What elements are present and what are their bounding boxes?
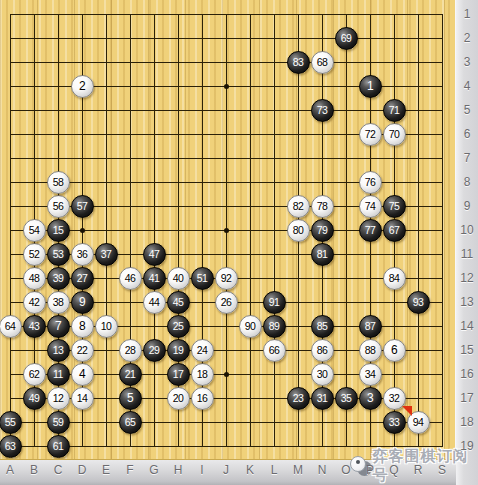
stone-37: 37 xyxy=(95,243,118,266)
stone-82: 82 xyxy=(287,195,310,218)
stone-85: 85 xyxy=(311,315,334,338)
stone-90: 90 xyxy=(239,315,262,338)
col-label-O: O xyxy=(337,463,355,477)
col-label-J: J xyxy=(217,463,235,477)
stone-52: 52 xyxy=(23,243,46,266)
stone-74: 74 xyxy=(359,195,382,218)
row-label-5: 5 xyxy=(456,103,478,117)
stone-22: 22 xyxy=(71,339,94,362)
stone-26: 26 xyxy=(215,291,238,314)
go-kifu-screenshot: 1234567891011121314151617181920212223242… xyxy=(0,0,478,485)
star-point xyxy=(80,228,85,233)
col-label-R: R xyxy=(409,463,427,477)
row-label-9: 9 xyxy=(456,199,478,213)
stone-44: 44 xyxy=(143,291,166,314)
col-label-F: F xyxy=(121,463,139,477)
stone-86: 86 xyxy=(311,339,334,362)
grid-line-v xyxy=(418,14,419,447)
go-board[interactable]: 1234567891011121314151617181920212223242… xyxy=(0,0,456,460)
stone-38: 38 xyxy=(47,291,70,314)
stone-19: 19 xyxy=(167,339,190,362)
star-point xyxy=(224,228,229,233)
stone-25: 25 xyxy=(167,315,190,338)
stone-67: 67 xyxy=(383,219,406,242)
stone-78: 78 xyxy=(311,195,334,218)
stone-42: 42 xyxy=(23,291,46,314)
stone-36: 36 xyxy=(71,243,94,266)
stone-17: 17 xyxy=(167,363,190,386)
row-label-11: 11 xyxy=(456,247,478,261)
stone-55: 55 xyxy=(0,411,22,434)
stone-49: 49 xyxy=(23,387,46,410)
stone-88: 88 xyxy=(359,339,382,362)
stone-45: 45 xyxy=(167,291,190,314)
stone-47: 47 xyxy=(143,243,166,266)
stone-58: 58 xyxy=(47,171,70,194)
stone-12: 12 xyxy=(47,387,70,410)
row-label-8: 8 xyxy=(456,175,478,189)
stone-7: 7 xyxy=(47,315,70,338)
stone-39: 39 xyxy=(47,267,70,290)
row-label-18: 18 xyxy=(456,415,478,429)
row-label-13: 13 xyxy=(456,295,478,309)
grid-line-v xyxy=(346,14,347,447)
stone-77: 77 xyxy=(359,219,382,242)
star-point xyxy=(224,372,229,377)
stone-59: 59 xyxy=(47,411,70,434)
stone-87: 87 xyxy=(359,315,382,338)
stone-15: 15 xyxy=(47,219,70,242)
col-label-M: M xyxy=(289,463,307,477)
row-label-4: 4 xyxy=(456,79,478,93)
grid-line-v xyxy=(274,14,275,447)
stone-48: 48 xyxy=(23,267,46,290)
row-label-10: 10 xyxy=(456,223,478,237)
stone-13: 13 xyxy=(47,339,70,362)
row-label-2: 2 xyxy=(456,31,478,45)
last-move-marker xyxy=(402,406,412,416)
col-label-S: S xyxy=(433,463,451,477)
stone-61: 61 xyxy=(47,435,70,458)
stone-30: 30 xyxy=(311,363,334,386)
stone-69: 69 xyxy=(335,27,358,50)
col-label-H: H xyxy=(169,463,187,477)
col-label-B: B xyxy=(25,463,43,477)
stone-66: 66 xyxy=(263,339,286,362)
stone-68: 68 xyxy=(311,51,334,74)
stone-83: 83 xyxy=(287,51,310,74)
stone-62: 62 xyxy=(23,363,46,386)
stone-46: 46 xyxy=(119,267,142,290)
stone-2: 2 xyxy=(71,75,94,98)
grid-line-h xyxy=(10,422,443,423)
col-label-G: G xyxy=(145,463,163,477)
stone-11: 11 xyxy=(47,363,70,386)
col-label-K: K xyxy=(241,463,259,477)
stone-16: 16 xyxy=(191,387,214,410)
stone-79: 79 xyxy=(311,219,334,242)
stone-27: 27 xyxy=(71,267,94,290)
stone-84: 84 xyxy=(383,267,406,290)
stone-93: 93 xyxy=(407,291,430,314)
stone-53: 53 xyxy=(47,243,70,266)
stone-51: 51 xyxy=(191,267,214,290)
stone-41: 41 xyxy=(143,267,166,290)
col-label-Q: Q xyxy=(385,463,403,477)
stone-57: 57 xyxy=(71,195,94,218)
stone-9: 9 xyxy=(71,291,94,314)
stone-64: 64 xyxy=(0,315,22,338)
col-label-I: I xyxy=(193,463,211,477)
stone-29: 29 xyxy=(143,339,166,362)
stone-81: 81 xyxy=(311,243,334,266)
stone-91: 91 xyxy=(263,291,286,314)
stone-20: 20 xyxy=(167,387,190,410)
stone-70: 70 xyxy=(383,123,406,146)
grid-line-v xyxy=(442,14,443,447)
stone-6: 6 xyxy=(383,339,406,362)
row-label-15: 15 xyxy=(456,343,478,357)
col-label-P: P xyxy=(361,463,379,477)
row-label-17: 17 xyxy=(456,391,478,405)
stone-92: 92 xyxy=(215,267,238,290)
col-label-C: C xyxy=(49,463,67,477)
stone-65: 65 xyxy=(119,411,142,434)
stone-23: 23 xyxy=(287,387,310,410)
row-label-3: 3 xyxy=(456,55,478,69)
stone-56: 56 xyxy=(47,195,70,218)
row-label-12: 12 xyxy=(456,271,478,285)
stone-3: 3 xyxy=(359,387,382,410)
row-label-16: 16 xyxy=(456,367,478,381)
stone-80: 80 xyxy=(287,219,310,242)
stone-54: 54 xyxy=(23,219,46,242)
stone-35: 35 xyxy=(335,387,358,410)
stone-40: 40 xyxy=(167,267,190,290)
stone-8: 8 xyxy=(71,315,94,338)
col-label-A: A xyxy=(1,463,19,477)
stone-21: 21 xyxy=(119,363,142,386)
grid-line-v xyxy=(250,14,251,447)
row-label-19: 19 xyxy=(456,439,478,453)
col-label-D: D xyxy=(73,463,91,477)
stone-31: 31 xyxy=(311,387,334,410)
row-label-7: 7 xyxy=(456,151,478,165)
col-label-N: N xyxy=(313,463,331,477)
stone-4: 4 xyxy=(71,363,94,386)
stone-89: 89 xyxy=(263,315,286,338)
stone-73: 73 xyxy=(311,99,334,122)
stone-14: 14 xyxy=(71,387,94,410)
stone-10: 10 xyxy=(95,315,118,338)
row-label-14: 14 xyxy=(456,319,478,333)
stone-24: 24 xyxy=(191,339,214,362)
row-label-1: 1 xyxy=(456,7,478,21)
stone-63: 63 xyxy=(0,435,22,458)
stone-28: 28 xyxy=(119,339,142,362)
row-label-6: 6 xyxy=(456,127,478,141)
stone-1: 1 xyxy=(359,75,382,98)
stone-43: 43 xyxy=(23,315,46,338)
stone-76: 76 xyxy=(359,171,382,194)
stone-75: 75 xyxy=(383,195,406,218)
star-point xyxy=(224,84,229,89)
stone-18: 18 xyxy=(191,363,214,386)
stone-5: 5 xyxy=(119,387,142,410)
col-label-E: E xyxy=(97,463,115,477)
col-label-L: L xyxy=(265,463,283,477)
stone-72: 72 xyxy=(359,123,382,146)
stone-71: 71 xyxy=(383,99,406,122)
stone-34: 34 xyxy=(359,363,382,386)
row-labels-strip xyxy=(455,0,478,485)
